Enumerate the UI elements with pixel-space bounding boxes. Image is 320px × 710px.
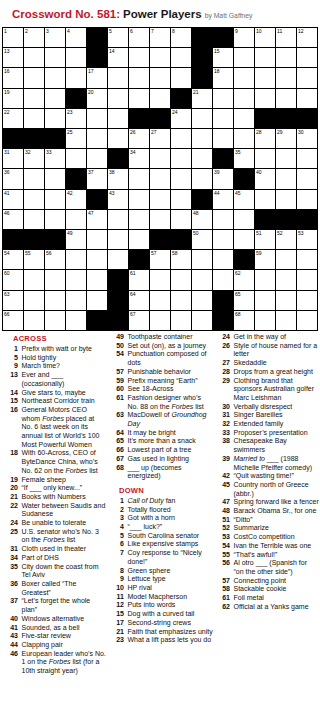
grid-cell-r7c4[interactable] [66,149,86,168]
grid-cell-r15c1[interactable]: 66 [3,311,23,330]
clue-text: Extended family [234,420,320,429]
cell-number: 6 [130,28,133,34]
grid-cell-r10c11[interactable] [213,210,233,229]
grid-cell-r2c14[interactable] [276,48,296,67]
grid-cell-r12c11[interactable] [213,250,233,269]
grid-cell-r5c11[interactable] [213,109,233,128]
grid-cell-r7c9[interactable] [171,149,191,168]
grid-cell-r12c5[interactable] [87,250,107,269]
down-clue-1: 1Call of Duty fan [111,497,217,506]
grid-cell-r13c1[interactable]: 60 [3,270,23,289]
grid-cell-r14c1[interactable]: 63 [3,291,23,310]
grid-cell-r2c13[interactable] [255,48,275,67]
grid-cell-r1c7[interactable]: 6 [129,28,149,47]
grid-cell-r7c14[interactable] [276,149,296,168]
grid-cell-r5c4[interactable]: 23 [66,109,86,128]
grid-cell-r9c1[interactable]: 41 [3,190,23,209]
down-clue-47: 47Spring forward like a fencer [217,498,320,507]
cell-number: 56 [46,250,52,256]
grid-cell-r11c7[interactable] [129,230,149,249]
grid-cell-r15c14[interactable] [276,311,296,330]
clue-number: 55 [217,551,230,560]
grid-cell-r3c13[interactable] [255,68,275,87]
grid-cell-r6c8[interactable]: 27 [150,129,170,148]
grid-cell-r2c3[interactable] [45,48,65,67]
grid-cell-r2c15[interactable] [297,48,317,67]
clue-text: Ivan the Terrible was one [234,542,320,551]
down-clue-32: 32Extended family [217,420,320,429]
cell-number: 44 [214,190,220,196]
across-clue-68: 68___ up (becomes energized) [111,464,217,481]
grid-cell-r1c9[interactable]: 8 [171,28,191,47]
black-cell [213,149,233,168]
grid-cell-r9c12[interactable]: 45 [234,190,254,209]
grid-cell-r1c12[interactable]: 9 [234,28,254,47]
clue-number: 16 [5,406,18,450]
clue-text: Gas used in lighting [128,455,218,464]
grid-cell-r13c14[interactable] [276,270,296,289]
black-cell [150,109,170,128]
grid-cell-r4c3[interactable] [45,89,65,108]
grid-cell-r12c2[interactable]: 55 [24,250,44,269]
grid-cell-r15c10[interactable] [192,311,212,330]
grid-cell-r1c15[interactable]: 12 [297,28,317,47]
grid-cell-r9c6[interactable]: 43 [108,190,128,209]
clue-number: 1 [111,497,124,506]
grid-cell-r14c13[interactable] [255,291,275,310]
clue-column-2: 49Toothpaste container50Set out (on), as… [111,333,217,676]
grid-cell-r10c2[interactable] [24,210,44,229]
clue-text: “Let’s forget the whole plan” [22,597,112,614]
grid-cell-r10c7[interactable] [129,210,149,229]
grid-cell-r11c6[interactable] [108,230,128,249]
grid-cell-r7c13[interactable] [255,149,275,168]
grid-cell-r11c14[interactable]: 52 [276,230,296,249]
down-clue-52: 52Summarize [217,524,320,533]
grid-cell-r15c15[interactable] [297,311,317,330]
grid-cell-r7c8[interactable] [150,149,170,168]
grid-cell-r6c13[interactable]: 28 [255,129,275,148]
down-clues-list-part1: 1Call of Duty fan2Totally floored3Got wi… [111,497,217,645]
black-cell [87,190,107,209]
down-clue-6: 6Like expensive stamps [111,540,217,549]
grid-cell-r9c2[interactable] [24,190,44,209]
grid-cell-r14c7[interactable]: 64 [129,291,149,310]
across-clue-35: 35City down the coast from Tel Aviv [5,563,111,580]
grid-cell-r2c1[interactable]: 13 [3,48,23,67]
grid-cell-r1c1[interactable]: 1 [3,28,23,47]
grid-cell-r13c2[interactable] [24,270,44,289]
across-clues-list-part1: 1Prefix with watt or byte5Hold tightly9M… [5,345,111,676]
grid-cell-r9c14[interactable] [276,190,296,209]
grid-cell-r8c14[interactable] [276,169,296,188]
clue-number: 1 [5,345,18,354]
grid-cell-r12c9[interactable]: 58 [171,250,191,269]
across-clue-54: 54Punctuation composed of dots [111,350,217,367]
cell-number: 3 [46,28,49,34]
grid-cell-r1c4[interactable]: 4 [66,28,86,47]
grid-cell-r3c7[interactable] [129,68,149,87]
grid-cell-r8c3[interactable] [45,169,65,188]
clue-number: 67 [111,455,124,464]
clue-number: 43 [5,632,18,641]
cell-number: 4 [67,28,70,34]
grid-cell-r6c12[interactable] [234,129,254,148]
grid-cell-r4c12[interactable] [234,89,254,108]
down-clue-56: 56Al otro ___ (Spanish for “on the other… [217,559,320,576]
cell-number: 7 [151,28,154,34]
grid-cell-r3c8[interactable] [150,68,170,87]
grid-cell-r10c10[interactable]: 48 [192,210,212,229]
across-clues-list-part2: 49Toothpaste container50Set out (on), as… [111,333,217,481]
black-cell [192,68,212,87]
grid-cell-r14c4[interactable] [66,291,86,310]
grid-cell-r12c4[interactable] [66,250,86,269]
clue-number: 27 [217,359,230,368]
grid-cell-r5c6[interactable] [108,109,128,128]
black-cell [213,311,233,330]
across-clue-5: 5Hold tightly [5,354,111,363]
grid-cell-r10c4[interactable] [66,210,86,229]
grid-cell-r3c12[interactable] [234,68,254,87]
grid-cell-r3c6[interactable] [108,68,128,87]
grid-cell-r4c10[interactable]: 21 [192,89,212,108]
grid-cell-r12c13[interactable]: 59 [255,250,275,269]
grid-cell-r13c13[interactable] [255,270,275,289]
grid-cell-r5c3[interactable] [45,109,65,128]
grid-cell-r8c9[interactable] [171,169,191,188]
grid-cell-r4c14[interactable] [276,89,296,108]
clue-number: 10 [111,584,124,593]
clue-text: South Carolina senator [128,532,218,541]
clue-number: 11 [111,593,124,602]
cell-number: 48 [193,210,199,216]
grid-cell-r13c10[interactable] [192,270,212,289]
grid-cell-r8c5[interactable]: 37 [87,169,107,188]
clue-text: ___ up (becomes energized) [128,464,218,481]
grid-cell-r14c14[interactable] [276,291,296,310]
grid-cell-r4c1[interactable]: 19 [3,89,23,108]
grid-cell-r7c5[interactable] [87,149,107,168]
grid-cell-r6c15[interactable]: 30 [297,129,317,148]
across-clue-66: 66Lowest part of a tree [111,446,217,455]
grid-cell-r5c1[interactable]: 22 [3,109,23,128]
across-clue-37: 37“Let’s forget the whole plan” [5,597,111,614]
grid-cell-r9c15[interactable] [297,190,317,209]
clue-text: Get in the way of [234,333,320,342]
grid-cell-r12c3[interactable]: 56 [45,250,65,269]
grid-cell-r6c10[interactable] [192,129,212,148]
grid-cell-r10c5[interactable]: 47 [87,210,107,229]
clue-number: 44 [5,641,18,650]
down-clue-2: 2Totally floored [111,506,217,515]
grid-cell-r2c6[interactable]: 14 [108,48,128,67]
grid-cell-r8c10[interactable] [192,169,212,188]
grid-cell-r8c1[interactable]: 36 [3,169,23,188]
clue-text: Part of DHS [22,554,112,563]
grid-cell-r7c15[interactable] [297,149,317,168]
grid-cell-r1c8[interactable]: 7 [150,28,170,47]
grid-cell-r6c9[interactable] [171,129,191,148]
clue-number: 15 [5,397,18,406]
grid-cell-r13c5[interactable] [87,270,107,289]
grid-cell-r9c9[interactable] [171,190,191,209]
grid-cell-r4c7[interactable] [129,89,149,108]
clue-number: 57 [111,368,124,377]
grid-cell-r10c6[interactable] [108,210,128,229]
grid-cell-r14c3[interactable] [45,291,65,310]
clue-column-3: 24Get in the way of26Style of house name… [217,333,320,676]
grid-cell-r14c2[interactable] [24,291,44,310]
grid-cell-r9c11[interactable]: 44 [213,190,233,209]
clue-column-1: ACROSS 1Prefix with watt or byte5Hold ti… [5,333,111,676]
grid-cell-r15c3[interactable] [45,311,65,330]
down-clue-23: 23What a lift pass lets you do [111,636,217,645]
grid-cell-r14c10[interactable] [192,291,212,310]
grid-cell-r7c12[interactable]: 35 [234,149,254,168]
grid-cell-r1c13[interactable]: 10 [255,28,275,47]
clue-text: Punishable behavior [128,368,218,377]
grid-cell-r3c1[interactable]: 16 [3,68,23,87]
grid-cell-r14c8[interactable] [150,291,170,310]
grid-cell-r2c2[interactable] [24,48,44,67]
cell-number: 54 [4,250,10,256]
grid-cell-r11c13[interactable]: 51 [255,230,275,249]
grid-cell-r8c7[interactable] [129,169,149,188]
grid-cell-r8c15[interactable] [297,169,317,188]
grid-cell-r9c13[interactable] [255,190,275,209]
clue-number: 5 [111,532,124,541]
grid-cell-r3c14[interactable] [276,68,296,87]
grid-cell-r5c9[interactable]: 24 [171,109,191,128]
clue-number: 7 [111,549,124,566]
clue-number: 50 [111,342,124,351]
grid-cell-r12c10[interactable] [192,250,212,269]
grid-cell-r10c12[interactable] [234,210,254,229]
grid-cell-r4c8[interactable] [150,89,170,108]
grid-cell-r11c5[interactable] [87,230,107,249]
cell-number: 41 [4,190,10,196]
grid-cell-r8c6[interactable]: 38 [108,169,128,188]
grid-cell-r12c1[interactable]: 54 [3,250,23,269]
clue-text: Faith that emphasizes unity [128,628,218,637]
across-clue-61: 61Fashion designer who’s No. 88 on the F… [111,394,217,411]
grid-cell-r8c2[interactable] [24,169,44,188]
grid-cell-r1c14[interactable]: 11 [276,28,296,47]
grid-cell-r10c1[interactable]: 46 [3,210,23,229]
grid-cell-r9c8[interactable] [150,190,170,209]
grid-cell-r15c4[interactable] [66,311,86,330]
grid-cell-r4c15[interactable] [297,89,317,108]
black-cell [3,129,23,148]
grid-cell-r2c7[interactable] [129,48,149,67]
grid-cell-r13c4[interactable] [66,270,86,289]
grid-cell-r3c15[interactable] [297,68,317,87]
grid-cell-r12c8[interactable]: 57 [150,250,170,269]
grid-cell-r7c3[interactable]: 33 [45,149,65,168]
grid-cell-r12c6[interactable] [108,250,128,269]
grid-cell-r10c3[interactable] [45,210,65,229]
grid-cell-r7c10[interactable] [192,149,212,168]
grid-cell-r5c10[interactable] [192,109,212,128]
clue-text: See 18-Across [128,385,218,394]
grid-cell-r9c7[interactable] [129,190,149,209]
down-clue-54: 54Ivan the Terrible was one [217,542,320,551]
cell-number: 26 [130,129,136,135]
page-header: Crossword No. 581:Power Playersby Matt G… [12,4,253,22]
cell-number: 59 [256,250,262,256]
grid-cell-r11c11[interactable] [213,230,233,249]
clue-text: Chesapeake Bay swimmers [234,437,320,454]
clue-number: 23 [111,636,124,645]
clue-number: 51 [217,516,230,525]
grid-cell-r2c9[interactable] [171,48,191,67]
grid-cell-r8c8[interactable] [150,169,170,188]
black-cell [276,109,296,128]
clue-text: Model Macpherson [128,593,218,602]
grid-cell-r15c9[interactable] [171,311,191,330]
grid-cell-r3c2[interactable] [24,68,44,87]
clue-text: Water between Saudis and Sudanese [22,502,112,519]
down-clue-31: 31Singer Bareilles [217,411,320,420]
cell-number: 24 [172,109,178,115]
clue-text: “___ luck?” [128,523,218,532]
clue-text: Barack Obama Sr., for one [234,507,320,516]
grid-cell-r11c12[interactable] [234,230,254,249]
clue-text: Prefix with watt or byte [22,345,112,354]
grid-cell-r13c7[interactable]: 61 [129,270,149,289]
down-clue-10: 10HP rival [111,584,217,593]
grid-cell-r15c8[interactable] [150,311,170,330]
grid-cell-r8c11[interactable]: 39 [213,169,233,188]
grid-cell-r5c2[interactable] [24,109,44,128]
grid-cell-r6c14[interactable]: 29 [276,129,296,148]
grid-cell-r9c3[interactable] [45,190,65,209]
black-cell [276,210,296,229]
grid-cell-r11c4[interactable]: 49 [66,230,86,249]
grid-cell-r2c4[interactable] [66,48,86,67]
grid-cell-r2c12[interactable] [234,48,254,67]
clue-number: 52 [217,524,230,533]
grid-cell-r13c15[interactable] [297,270,317,289]
grid-cell-r2c11[interactable]: 15 [213,48,233,67]
grid-cell-r15c13[interactable] [255,311,275,330]
grid-cell-r1c3[interactable]: 3 [45,28,65,47]
grid-cell-r2c8[interactable] [150,48,170,67]
grid-cell-r15c12[interactable]: 68 [234,311,254,330]
clue-text: Female sheep [22,476,112,485]
grid-cell-r13c8[interactable] [150,270,170,289]
grid-cell-r3c4[interactable] [66,68,86,87]
grid-cell-r14c5[interactable] [87,291,107,310]
grid-cell-r8c13[interactable]: 40 [255,169,275,188]
clue-text: General Motors CEO whom Forbes placed at… [22,406,112,450]
grid-cell-r13c11[interactable] [213,270,233,289]
grid-cell-r13c12[interactable]: 62 [234,270,254,289]
black-cell [129,109,149,128]
grid-cell-r6c4[interactable]: 25 [66,129,86,148]
grid-cell-r5c12[interactable] [234,109,254,128]
grid-cell-r6c6[interactable] [108,129,128,148]
clue-number: 58 [217,585,230,594]
grid-cell-r6c5[interactable] [87,129,107,148]
clue-number: 28 [217,368,230,377]
grid-cell-r5c5[interactable] [87,109,107,128]
grid-cell-r14c9[interactable] [171,291,191,310]
grid-cell-r9c4[interactable]: 42 [66,190,86,209]
cell-number: 30 [298,129,304,135]
black-cell [87,28,107,47]
cell-number: 32 [25,149,31,155]
grid-cell-r7c2[interactable]: 32 [24,149,44,168]
cell-number: 23 [67,109,73,115]
cell-number: 42 [67,190,73,196]
clue-text: “If ___ only knew...” [22,484,112,493]
clue-text: Cloth used in theater [22,545,112,554]
across-clue-13: 13Ever and ___ (occasionally) [5,371,111,388]
clue-text: Set out (on), as a journey [128,342,218,351]
grid-cell-r4c11[interactable] [213,89,233,108]
cell-number: 18 [214,68,220,74]
grid-cell-r12c14[interactable] [276,250,296,269]
clue-number: 31 [5,545,18,554]
grid-cell-r3c11[interactable]: 18 [213,68,233,87]
grid-cell-r4c5[interactable]: 20 [87,89,107,108]
cell-number: 39 [214,169,220,175]
grid-cell-r3c9[interactable] [171,68,191,87]
grid-cell-r3c5[interactable]: 17 [87,68,107,87]
grid-cell-r11c10[interactable]: 50 [192,230,212,249]
clue-text: Got with a horn [128,514,218,523]
across-clue-1: 1Prefix with watt or byte [5,345,111,354]
clue-text: Coy response to “Nicely done!” [128,549,218,566]
grid-cell-r14c15[interactable] [297,291,317,310]
grid-cell-r6c11[interactable] [213,129,233,148]
cell-number: 22 [4,109,10,115]
grid-cell-r15c7[interactable]: 67 [129,311,149,330]
grid-cell-r10c8[interactable] [150,210,170,229]
clue-number: 62 [217,603,230,612]
grid-cell-r7c7[interactable]: 34 [129,149,149,168]
cell-number: 57 [151,250,157,256]
clue-text: Official at a Yanks game [234,603,320,612]
grid-cell-r10c9[interactable] [171,210,191,229]
cell-number: 1 [4,28,7,34]
cell-number: 31 [4,149,10,155]
grid-cell-r1c6[interactable]: 5 [108,28,128,47]
grid-cell-r4c13[interactable] [255,89,275,108]
clue-number: 2 [111,506,124,515]
grid-cell-r13c9[interactable] [171,270,191,289]
clue-text: Give stars to, maybe [22,389,112,398]
grid-cell-r1c2[interactable]: 2 [24,28,44,47]
clue-text: Married to ___ (1988 Michelle Pfeiffer c… [234,455,320,472]
grid-cell-r13c3[interactable] [45,270,65,289]
grid-cell-r3c3[interactable] [45,68,65,87]
clue-text: Proposer’s presentation [234,429,320,438]
grid-cell-r14c12[interactable]: 65 [234,291,254,310]
across-clue-57: 57Punishable behavior [111,368,217,377]
grid-cell-r4c6[interactable] [108,89,128,108]
grid-cell-r7c1[interactable]: 31 [3,149,23,168]
grid-cell-r15c2[interactable] [24,311,44,330]
grid-cell-r11c15[interactable]: 53 [297,230,317,249]
clue-text: City down the coast from Tel Aviv [22,563,112,580]
grid-cell-r4c2[interactable] [24,89,44,108]
grid-cell-r12c15[interactable] [297,250,317,269]
black-cell [108,291,128,310]
grid-cell-r6c7[interactable]: 26 [129,129,149,148]
